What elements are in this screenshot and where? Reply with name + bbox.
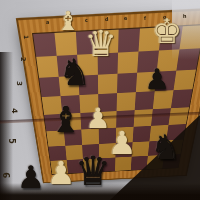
rank-label-5: 5 — [7, 138, 15, 144]
black-knight-e5[interactable]: ♞ — [151, 130, 181, 164]
white-pawn-d5[interactable]: ♟ — [108, 127, 137, 159]
square-e1[interactable] — [118, 28, 140, 52]
square-h3[interactable] — [174, 70, 196, 91]
square-a1[interactable] — [33, 33, 57, 57]
square-a3[interactable] — [39, 77, 60, 97]
square-e3[interactable] — [117, 73, 137, 93]
file-label-h: h — [182, 14, 186, 19]
square-h4[interactable] — [171, 89, 192, 108]
white-pawn-b5[interactable]: ♟ — [47, 157, 76, 189]
black-queen-c5[interactable]: ♛ — [75, 151, 111, 191]
file-label-d: d — [104, 17, 108, 22]
square-h5[interactable] — [168, 107, 189, 125]
black-knight-c3[interactable]: ♞ — [59, 55, 91, 91]
square-f5[interactable] — [134, 109, 153, 127]
chessboard-photo-scene: abcdefgh12345678 ♚♛♞♟♝♟♟♟♛♟♞♝ — [0, 0, 200, 200]
rank-label-2: 2 — [19, 57, 26, 62]
offboard-white-bishop[interactable]: ♝ — [56, 8, 79, 34]
square-e2[interactable] — [118, 52, 139, 74]
file-label-e: e — [124, 16, 128, 21]
black-pawn-e3[interactable]: ♟ — [144, 66, 169, 94]
rank-label-1: 1 — [23, 35, 29, 39]
black-bishop-b4[interactable]: ♝ — [50, 102, 82, 138]
square-a2[interactable] — [36, 56, 58, 78]
file-label-a: a — [46, 20, 50, 25]
black-pawn-a5[interactable]: ♟ — [17, 162, 45, 193]
file-label-f: f — [143, 15, 145, 20]
rank-label-3: 3 — [15, 81, 22, 86]
square-d3[interactable] — [98, 74, 118, 94]
white-king-g1[interactable]: ♚ — [152, 14, 182, 48]
rank-label-6: 6 — [2, 172, 11, 178]
square-e4[interactable] — [117, 92, 136, 111]
rank-label-4: 4 — [11, 108, 19, 113]
